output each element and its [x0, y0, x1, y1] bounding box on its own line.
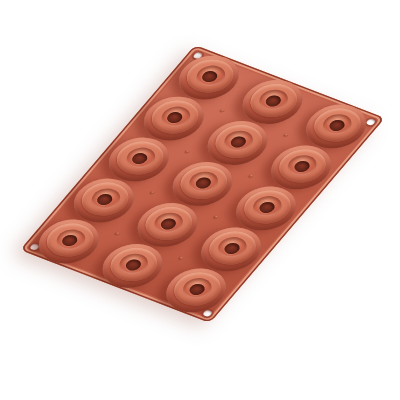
- cavity-center-hole: [263, 94, 283, 108]
- mold-surface: [20, 45, 385, 323]
- cavity-top-ring: [73, 177, 137, 222]
- cavity-center-hole: [228, 135, 248, 149]
- cavity-funnel: [149, 210, 188, 237]
- cavity-funnel: [86, 185, 125, 212]
- cavity-funnel: [283, 152, 322, 179]
- cavity-funnel: [318, 111, 357, 138]
- cavity-top-ring: [165, 266, 229, 311]
- cavity-center-hole: [200, 69, 220, 83]
- cavity-center-hole: [130, 151, 150, 165]
- cavity-center-hole: [60, 233, 80, 247]
- cavity-funnel: [51, 226, 90, 253]
- cavity-top-ring: [108, 136, 172, 181]
- cavity-funnel: [121, 144, 160, 171]
- cavity-top-ring: [207, 119, 271, 164]
- cavity-funnel: [156, 103, 195, 130]
- cavity-top-ring: [102, 242, 166, 287]
- cavity-top-ring: [172, 160, 236, 205]
- cavity-top-ring: [200, 225, 264, 270]
- photo-background: [0, 0, 400, 400]
- cavity-top-ring: [305, 102, 369, 147]
- cavity-center-hole: [95, 192, 115, 206]
- cavity-funnel: [213, 234, 252, 261]
- cavity-funnel: [114, 251, 153, 278]
- cavity-grid: [20, 45, 385, 323]
- cavity-funnel: [191, 62, 230, 89]
- cavity-top-ring: [38, 218, 102, 263]
- cavity-top-ring: [270, 143, 334, 188]
- cavity-center-hole: [257, 200, 277, 214]
- cavity-top-ring: [143, 95, 207, 140]
- cavity-funnel: [219, 128, 258, 155]
- cavity-center-hole: [187, 282, 207, 296]
- silicone-mold: [20, 45, 385, 323]
- cavity-center-hole: [222, 241, 242, 255]
- cavity-funnel: [184, 169, 223, 196]
- cavity-center-hole: [193, 176, 213, 190]
- cavity-center-hole: [123, 258, 143, 272]
- cavity-funnel: [248, 193, 287, 220]
- cavity-top-ring: [178, 54, 242, 99]
- cavity-top-ring: [242, 78, 306, 123]
- cavity-top-ring: [235, 184, 299, 229]
- cavity-funnel: [178, 275, 217, 302]
- cavity-center-hole: [292, 159, 312, 173]
- cavity-center-hole: [326, 118, 346, 132]
- cavity-funnel: [254, 87, 293, 114]
- cavity-center-hole: [165, 110, 185, 124]
- cavity-top-ring: [137, 201, 201, 246]
- cavity-center-hole: [158, 217, 178, 231]
